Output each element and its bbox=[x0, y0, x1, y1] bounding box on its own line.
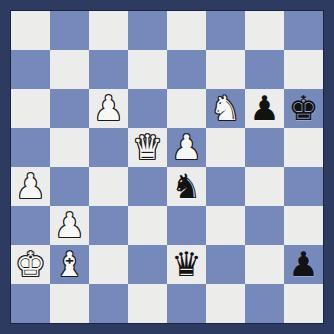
square-a4[interactable]: ♟ bbox=[11, 167, 50, 206]
square-b4[interactable] bbox=[50, 167, 89, 206]
square-g4[interactable] bbox=[245, 167, 284, 206]
square-c7[interactable] bbox=[89, 50, 128, 89]
square-e5[interactable]: ♟ bbox=[167, 128, 206, 167]
square-c3[interactable] bbox=[89, 206, 128, 245]
square-d3[interactable] bbox=[128, 206, 167, 245]
square-f3[interactable] bbox=[206, 206, 245, 245]
square-b5[interactable] bbox=[50, 128, 89, 167]
square-h7[interactable] bbox=[284, 50, 323, 89]
piece-white-knight[interactable]: ♞ bbox=[210, 89, 240, 128]
square-e7[interactable] bbox=[167, 50, 206, 89]
square-f1[interactable] bbox=[206, 284, 245, 323]
square-f5[interactable] bbox=[206, 128, 245, 167]
piece-black-pawn[interactable]: ♟ bbox=[288, 245, 318, 284]
piece-white-queen[interactable]: ♛ bbox=[132, 128, 162, 167]
square-a3[interactable] bbox=[11, 206, 50, 245]
square-a5[interactable] bbox=[11, 128, 50, 167]
square-f6[interactable]: ♞ bbox=[206, 89, 245, 128]
square-c2[interactable] bbox=[89, 245, 128, 284]
square-f8[interactable] bbox=[206, 11, 245, 50]
piece-black-pawn[interactable]: ♟ bbox=[249, 89, 279, 128]
square-d8[interactable] bbox=[128, 11, 167, 50]
square-h3[interactable] bbox=[284, 206, 323, 245]
square-g2[interactable] bbox=[245, 245, 284, 284]
square-c6[interactable]: ♟ bbox=[89, 89, 128, 128]
square-c4[interactable] bbox=[89, 167, 128, 206]
piece-white-pawn[interactable]: ♟ bbox=[171, 128, 201, 167]
square-h8[interactable] bbox=[284, 11, 323, 50]
chess-board-frame: ♟♞♟♚♛♟♟♞♟♚♝♛♟ bbox=[0, 0, 334, 334]
square-h4[interactable] bbox=[284, 167, 323, 206]
square-d1[interactable] bbox=[128, 284, 167, 323]
piece-white-bishop[interactable]: ♝ bbox=[54, 245, 84, 284]
square-e6[interactable] bbox=[167, 89, 206, 128]
piece-black-knight[interactable]: ♞ bbox=[171, 167, 201, 206]
piece-white-pawn[interactable]: ♟ bbox=[15, 167, 45, 206]
square-b6[interactable] bbox=[50, 89, 89, 128]
square-a1[interactable] bbox=[11, 284, 50, 323]
square-e2[interactable]: ♛ bbox=[167, 245, 206, 284]
square-e3[interactable] bbox=[167, 206, 206, 245]
square-c5[interactable] bbox=[89, 128, 128, 167]
square-d6[interactable] bbox=[128, 89, 167, 128]
square-a8[interactable] bbox=[11, 11, 50, 50]
square-h2[interactable]: ♟ bbox=[284, 245, 323, 284]
square-b8[interactable] bbox=[50, 11, 89, 50]
square-b7[interactable] bbox=[50, 50, 89, 89]
square-g1[interactable] bbox=[245, 284, 284, 323]
square-g3[interactable] bbox=[245, 206, 284, 245]
square-f7[interactable] bbox=[206, 50, 245, 89]
square-a7[interactable] bbox=[11, 50, 50, 89]
square-d5[interactable]: ♛ bbox=[128, 128, 167, 167]
square-a2[interactable]: ♚ bbox=[11, 245, 50, 284]
square-g7[interactable] bbox=[245, 50, 284, 89]
square-b1[interactable] bbox=[50, 284, 89, 323]
square-g5[interactable] bbox=[245, 128, 284, 167]
square-a6[interactable] bbox=[11, 89, 50, 128]
square-c1[interactable] bbox=[89, 284, 128, 323]
square-h6[interactable]: ♚ bbox=[284, 89, 323, 128]
piece-white-king[interactable]: ♚ bbox=[15, 245, 45, 284]
square-f2[interactable] bbox=[206, 245, 245, 284]
square-h5[interactable] bbox=[284, 128, 323, 167]
chess-board: ♟♞♟♚♛♟♟♞♟♚♝♛♟ bbox=[11, 11, 323, 323]
piece-black-queen[interactable]: ♛ bbox=[171, 245, 201, 284]
square-d7[interactable] bbox=[128, 50, 167, 89]
square-c8[interactable] bbox=[89, 11, 128, 50]
square-e8[interactable] bbox=[167, 11, 206, 50]
square-g8[interactable] bbox=[245, 11, 284, 50]
square-h1[interactable] bbox=[284, 284, 323, 323]
piece-white-pawn[interactable]: ♟ bbox=[93, 89, 123, 128]
piece-black-king[interactable]: ♚ bbox=[288, 89, 318, 128]
square-b2[interactable]: ♝ bbox=[50, 245, 89, 284]
square-e4[interactable]: ♞ bbox=[167, 167, 206, 206]
piece-white-pawn[interactable]: ♟ bbox=[54, 206, 84, 245]
square-e1[interactable] bbox=[167, 284, 206, 323]
square-f4[interactable] bbox=[206, 167, 245, 206]
square-d2[interactable] bbox=[128, 245, 167, 284]
square-d4[interactable] bbox=[128, 167, 167, 206]
square-g6[interactable]: ♟ bbox=[245, 89, 284, 128]
square-b3[interactable]: ♟ bbox=[50, 206, 89, 245]
